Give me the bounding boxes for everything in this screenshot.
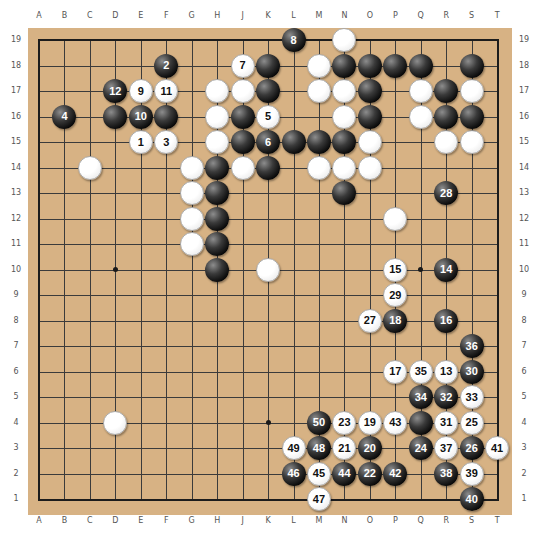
move-number: 1 <box>138 137 144 148</box>
move-number: 46 <box>287 468 299 479</box>
move-number: 32 <box>440 392 452 403</box>
row-label-left: 17 <box>6 86 26 96</box>
black-stone <box>434 105 458 129</box>
black-stone: 4 <box>52 105 76 129</box>
black-stone: 22 <box>358 462 382 486</box>
column-label-top: E <box>131 11 151 21</box>
white-stone <box>78 156 102 180</box>
black-stone <box>154 105 178 129</box>
column-label-bottom: D <box>105 516 125 526</box>
black-stone: 18 <box>383 309 407 333</box>
column-label-top: D <box>105 11 125 21</box>
black-stone: 28 <box>434 181 458 205</box>
black-stone: 2 <box>154 54 178 78</box>
column-label-bottom: N <box>334 516 354 526</box>
row-label-right: 10 <box>514 265 534 275</box>
black-stone: 30 <box>460 360 484 384</box>
black-stone <box>205 258 229 282</box>
white-stone <box>358 156 382 180</box>
move-number: 25 <box>466 417 478 428</box>
white-stone <box>460 79 484 103</box>
black-stone: 48 <box>307 436 331 460</box>
column-label-top: C <box>80 11 100 21</box>
move-number: 17 <box>389 366 401 377</box>
white-stone: 45 <box>307 462 331 486</box>
move-number: 20 <box>364 443 376 454</box>
white-stone: 7 <box>231 54 255 78</box>
row-label-left: 2 <box>6 469 26 479</box>
white-stone: 13 <box>434 360 458 384</box>
move-number: 3 <box>163 137 169 148</box>
white-stone: 23 <box>332 411 356 435</box>
column-label-bottom: G <box>182 516 202 526</box>
row-label-left: 19 <box>6 35 26 45</box>
move-number: 22 <box>364 468 376 479</box>
black-stone: 38 <box>434 462 458 486</box>
column-label-top: R <box>436 11 456 21</box>
column-label-bottom: C <box>80 516 100 526</box>
column-label-bottom: R <box>436 516 456 526</box>
black-stone <box>460 54 484 78</box>
move-number: 34 <box>415 392 427 403</box>
move-number: 23 <box>338 417 350 428</box>
row-label-left: 13 <box>6 188 26 198</box>
column-label-bottom: O <box>360 516 380 526</box>
move-number: 40 <box>466 494 478 505</box>
white-stone <box>460 130 484 154</box>
column-label-bottom: K <box>258 516 278 526</box>
row-label-left: 15 <box>6 137 26 147</box>
column-label-top: B <box>54 11 74 21</box>
row-label-left: 7 <box>6 341 26 351</box>
black-stone: 16 <box>434 309 458 333</box>
black-stone: 20 <box>358 436 382 460</box>
row-label-left: 18 <box>6 61 26 71</box>
white-stone <box>231 79 255 103</box>
move-number: 4 <box>61 111 67 122</box>
black-stone <box>460 105 484 129</box>
row-label-left: 14 <box>6 163 26 173</box>
row-label-right: 16 <box>514 112 534 122</box>
column-label-top: M <box>309 11 329 21</box>
white-stone: 17 <box>383 360 407 384</box>
white-stone: 5 <box>256 105 280 129</box>
move-number: 13 <box>440 366 452 377</box>
column-label-top: S <box>462 11 482 21</box>
white-stone: 19 <box>358 411 382 435</box>
white-stone: 37 <box>434 436 458 460</box>
move-number: 16 <box>440 315 452 326</box>
column-label-top: O <box>360 11 380 21</box>
move-number: 44 <box>338 468 350 479</box>
move-number: 21 <box>338 443 350 454</box>
white-stone: 31 <box>434 411 458 435</box>
move-number: 33 <box>466 392 478 403</box>
row-label-left: 16 <box>6 112 26 122</box>
black-stone: 44 <box>332 462 356 486</box>
column-label-top: T <box>487 11 507 21</box>
white-stone: 41 <box>485 436 509 460</box>
black-stone: 46 <box>282 462 306 486</box>
column-label-top: P <box>385 11 405 21</box>
move-number: 37 <box>440 443 452 454</box>
black-stone <box>205 181 229 205</box>
column-label-top: F <box>156 11 176 21</box>
row-label-right: 2 <box>514 469 534 479</box>
move-number: 42 <box>389 468 401 479</box>
star-point <box>266 420 271 425</box>
black-stone: 40 <box>460 487 484 511</box>
black-stone <box>103 105 127 129</box>
row-label-left: 11 <box>6 239 26 249</box>
black-stone <box>256 79 280 103</box>
black-stone <box>205 207 229 231</box>
white-stone <box>180 181 204 205</box>
column-label-top: L <box>284 11 304 21</box>
white-stone <box>358 130 382 154</box>
move-number: 9 <box>138 86 144 97</box>
go-board[interactable]: 1234567891011121314151617181920212223242… <box>28 28 512 515</box>
row-label-right: 12 <box>514 214 534 224</box>
row-label-right: 4 <box>514 418 534 428</box>
move-number: 18 <box>389 315 401 326</box>
black-stone <box>383 54 407 78</box>
move-number: 45 <box>313 468 325 479</box>
row-label-left: 12 <box>6 214 26 224</box>
move-number: 36 <box>466 341 478 352</box>
column-label-top: H <box>207 11 227 21</box>
move-number: 26 <box>466 443 478 454</box>
move-number: 24 <box>415 443 427 454</box>
row-label-right: 1 <box>514 494 534 504</box>
white-stone <box>180 232 204 256</box>
move-number: 43 <box>389 417 401 428</box>
black-stone: 50 <box>307 411 331 435</box>
column-label-bottom: T <box>487 516 507 526</box>
white-stone <box>205 130 229 154</box>
star-point <box>113 267 118 272</box>
row-label-left: 9 <box>6 290 26 300</box>
white-stone: 43 <box>383 411 407 435</box>
column-label-bottom: L <box>284 516 304 526</box>
white-stone <box>332 105 356 129</box>
move-number: 31 <box>440 417 452 428</box>
row-label-left: 5 <box>6 392 26 402</box>
move-number: 27 <box>364 315 376 326</box>
move-number: 11 <box>160 86 172 97</box>
white-stone: 39 <box>460 462 484 486</box>
black-stone <box>358 105 382 129</box>
column-label-bottom: S <box>462 516 482 526</box>
black-stone <box>332 54 356 78</box>
row-label-right: 6 <box>514 367 534 377</box>
row-label-left: 4 <box>6 418 26 428</box>
column-label-bottom: Q <box>411 516 431 526</box>
white-stone <box>409 79 433 103</box>
move-number: 30 <box>466 366 478 377</box>
column-label-bottom: E <box>131 516 151 526</box>
row-label-right: 9 <box>514 290 534 300</box>
row-label-right: 14 <box>514 163 534 173</box>
row-label-left: 10 <box>6 265 26 275</box>
black-stone: 34 <box>409 385 433 409</box>
black-stone <box>358 79 382 103</box>
move-number: 28 <box>440 188 452 199</box>
row-label-right: 8 <box>514 316 534 326</box>
move-number: 29 <box>389 290 401 301</box>
white-stone: 25 <box>460 411 484 435</box>
black-stone: 26 <box>460 436 484 460</box>
row-label-right: 11 <box>514 239 534 249</box>
move-number: 10 <box>135 111 147 122</box>
black-stone <box>256 54 280 78</box>
column-label-top: A <box>29 11 49 21</box>
black-stone <box>282 130 306 154</box>
black-stone: 36 <box>460 334 484 358</box>
white-stone <box>383 207 407 231</box>
black-stone <box>307 130 331 154</box>
move-number: 14 <box>440 264 452 275</box>
white-stone: 1 <box>129 130 153 154</box>
move-number: 35 <box>415 366 427 377</box>
column-label-bottom: F <box>156 516 176 526</box>
column-label-bottom: B <box>54 516 74 526</box>
black-stone <box>409 54 433 78</box>
move-number: 15 <box>389 264 401 275</box>
white-stone <box>205 79 229 103</box>
white-stone: 47 <box>307 487 331 511</box>
white-stone <box>332 156 356 180</box>
black-stone: 24 <box>409 436 433 460</box>
row-label-right: 19 <box>514 35 534 45</box>
row-label-right: 7 <box>514 341 534 351</box>
row-label-right: 5 <box>514 392 534 402</box>
column-label-top: J <box>233 11 253 21</box>
move-number: 48 <box>313 443 325 454</box>
black-stone: 8 <box>282 28 306 52</box>
column-label-bottom: J <box>233 516 253 526</box>
white-stone <box>307 54 331 78</box>
column-label-top: K <box>258 11 278 21</box>
white-stone: 27 <box>358 309 382 333</box>
move-number: 38 <box>440 468 452 479</box>
black-stone <box>434 79 458 103</box>
white-stone <box>307 156 331 180</box>
black-stone <box>358 54 382 78</box>
black-stone <box>205 232 229 256</box>
move-number: 8 <box>290 35 296 46</box>
column-label-top: Q <box>411 11 431 21</box>
move-number: 2 <box>163 60 169 71</box>
white-stone: 33 <box>460 385 484 409</box>
white-stone <box>180 207 204 231</box>
black-stone <box>256 156 280 180</box>
column-label-bottom: A <box>29 516 49 526</box>
move-number: 5 <box>265 111 271 122</box>
go-diagram: 1234567891011121314151617181920212223242… <box>0 0 540 540</box>
black-stone: 14 <box>434 258 458 282</box>
move-number: 49 <box>287 443 299 454</box>
white-stone: 49 <box>282 436 306 460</box>
row-label-right: 17 <box>514 86 534 96</box>
move-number: 41 <box>491 443 503 454</box>
white-stone: 35 <box>409 360 433 384</box>
black-stone <box>231 105 255 129</box>
row-label-right: 3 <box>514 443 534 453</box>
black-stone <box>231 130 255 154</box>
row-label-left: 6 <box>6 367 26 377</box>
move-number: 19 <box>364 417 376 428</box>
black-stone: 32 <box>434 385 458 409</box>
white-stone <box>205 105 229 129</box>
column-label-top: G <box>182 11 202 21</box>
column-label-bottom: M <box>309 516 329 526</box>
black-stone <box>205 156 229 180</box>
move-number: 47 <box>313 494 325 505</box>
white-stone: 15 <box>383 258 407 282</box>
row-label-left: 1 <box>6 494 26 504</box>
white-stone <box>103 411 127 435</box>
white-stone <box>434 130 458 154</box>
row-label-left: 8 <box>6 316 26 326</box>
column-label-bottom: H <box>207 516 227 526</box>
column-label-bottom: P <box>385 516 405 526</box>
row-label-right: 15 <box>514 137 534 147</box>
white-stone <box>231 156 255 180</box>
move-number: 6 <box>265 137 271 148</box>
row-label-right: 13 <box>514 188 534 198</box>
row-label-left: 3 <box>6 443 26 453</box>
white-stone <box>307 79 331 103</box>
move-number: 39 <box>466 468 478 479</box>
black-stone: 6 <box>256 130 280 154</box>
black-stone <box>409 411 433 435</box>
black-stone: 42 <box>383 462 407 486</box>
white-stone <box>409 105 433 129</box>
row-label-right: 18 <box>514 61 534 71</box>
white-stone <box>256 258 280 282</box>
white-stone: 9 <box>129 79 153 103</box>
move-number: 12 <box>109 86 121 97</box>
move-number: 7 <box>240 60 246 71</box>
white-stone <box>180 156 204 180</box>
column-label-top: N <box>334 11 354 21</box>
move-number: 50 <box>313 417 325 428</box>
black-stone: 10 <box>129 105 153 129</box>
